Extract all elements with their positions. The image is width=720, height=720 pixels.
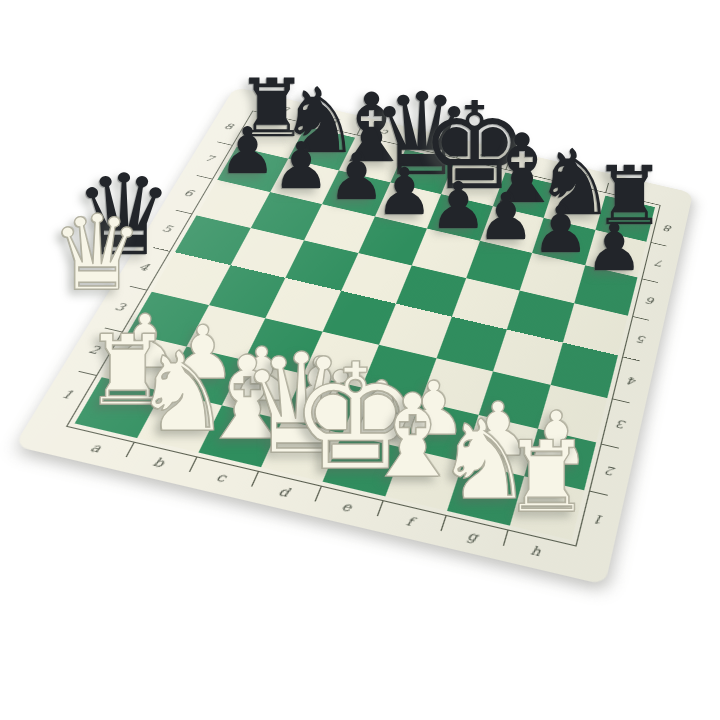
coordinate-tick (197, 175, 213, 179)
coordinate-tick (176, 210, 192, 214)
coordinate-tick (613, 399, 630, 404)
rank-label-right-2: 2 (605, 463, 617, 478)
rank-label-right-4: 4 (627, 374, 638, 387)
product-photo-stage: aa88bb77cc66dd55ee44ff33gg22hh11 ♜♞♝♛♚♝♞… (0, 0, 720, 720)
rank-label-right-5: 5 (637, 333, 648, 346)
coordinate-tick (590, 491, 608, 496)
black-pawn-g7[interactable]: ♟ (532, 197, 590, 262)
coordinate-tick (602, 443, 619, 448)
white-extra-queen[interactable]: ♛ (50, 201, 143, 305)
rank-label-left-7: 7 (203, 153, 216, 164)
file-label-bottom-c: c (214, 469, 229, 485)
black-pawn-h7[interactable]: ♟ (585, 215, 643, 280)
black-pawn-a7[interactable]: ♟ (219, 119, 277, 183)
coordinate-tick (633, 316, 649, 320)
rank-label-left-6: 6 (182, 187, 196, 198)
rank-label-right-6: 6 (646, 294, 656, 306)
file-label-bottom-h: h (529, 543, 542, 560)
file-label-bottom-a: a (88, 440, 104, 455)
white-rook-h1[interactable]: ♜ (503, 428, 591, 526)
file-label-bottom-b: b (150, 455, 166, 471)
coordinate-tick (642, 278, 658, 282)
black-pawn-b7[interactable]: ♟ (272, 134, 330, 198)
coordinate-tick (623, 356, 639, 361)
rank-label-right-7: 7 (655, 258, 665, 270)
black-pawn-d7[interactable]: ♟ (376, 159, 434, 224)
coordinate-tick (377, 501, 384, 516)
rank-label-left-1: 1 (59, 387, 76, 402)
rank-label-right-1: 1 (593, 512, 605, 528)
file-label-bottom-f: f (404, 514, 414, 529)
rank-label-right-3: 3 (616, 417, 627, 431)
black-pawn-f7[interactable]: ♟ (477, 185, 535, 250)
file-label-bottom-g: g (466, 528, 480, 544)
